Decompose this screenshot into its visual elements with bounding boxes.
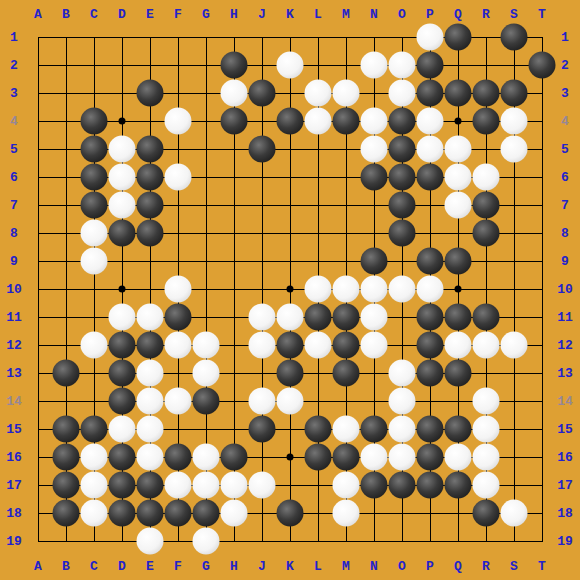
black-stone-N6 <box>361 164 388 191</box>
column-label-bottom: H <box>230 560 238 573</box>
grid-vline <box>542 37 543 542</box>
white-stone-O10 <box>389 276 416 303</box>
black-stone-M11 <box>333 304 360 331</box>
black-stone-E8 <box>137 220 164 247</box>
white-stone-G12 <box>193 332 220 359</box>
row-label-left: 19 <box>6 535 22 548</box>
row-label-right: 3 <box>561 87 569 100</box>
column-label-top: M <box>342 8 350 21</box>
row-label-left: 9 <box>10 255 18 268</box>
white-stone-J14 <box>249 388 276 415</box>
black-stone-P11 <box>417 304 444 331</box>
white-stone-C9 <box>81 248 108 275</box>
row-label-right: 17 <box>557 479 573 492</box>
star-point <box>119 118 126 125</box>
row-label-left: 11 <box>6 311 22 324</box>
row-label-left: 7 <box>10 199 18 212</box>
black-stone-B18 <box>53 500 80 527</box>
black-stone-Q13 <box>445 360 472 387</box>
column-label-top: A <box>34 8 42 21</box>
white-stone-L12 <box>305 332 332 359</box>
white-stone-O14 <box>389 388 416 415</box>
black-stone-O17 <box>389 472 416 499</box>
column-label-bottom: T <box>538 560 546 573</box>
white-stone-S18 <box>501 500 528 527</box>
row-label-left: 18 <box>6 507 22 520</box>
black-stone-N15 <box>361 416 388 443</box>
black-stone-P6 <box>417 164 444 191</box>
black-stone-D12 <box>109 332 136 359</box>
white-stone-O13 <box>389 360 416 387</box>
row-label-right: 13 <box>557 367 573 380</box>
white-stone-O2 <box>389 52 416 79</box>
white-stone-E11 <box>137 304 164 331</box>
white-stone-C12 <box>81 332 108 359</box>
black-stone-F16 <box>165 444 192 471</box>
black-stone-F11 <box>165 304 192 331</box>
black-stone-C5 <box>81 136 108 163</box>
black-stone-B13 <box>53 360 80 387</box>
row-label-right: 11 <box>557 311 573 324</box>
white-stone-F12 <box>165 332 192 359</box>
black-stone-Q15 <box>445 416 472 443</box>
white-stone-D7 <box>109 192 136 219</box>
white-stone-M17 <box>333 472 360 499</box>
white-stone-R15 <box>473 416 500 443</box>
row-label-right: 19 <box>557 535 573 548</box>
black-stone-Q17 <box>445 472 472 499</box>
black-stone-E3 <box>137 80 164 107</box>
white-stone-K14 <box>277 388 304 415</box>
row-label-right: 15 <box>557 423 573 436</box>
row-label-left: 2 <box>10 59 18 72</box>
column-label-bottom: M <box>342 560 350 573</box>
white-stone-O3 <box>389 80 416 107</box>
row-label-right: 5 <box>561 143 569 156</box>
black-stone-R11 <box>473 304 500 331</box>
column-label-bottom: O <box>398 560 406 573</box>
white-stone-G17 <box>193 472 220 499</box>
black-stone-D18 <box>109 500 136 527</box>
white-stone-F14 <box>165 388 192 415</box>
white-stone-N12 <box>361 332 388 359</box>
black-stone-R18 <box>473 500 500 527</box>
white-stone-N5 <box>361 136 388 163</box>
white-stone-Q7 <box>445 192 472 219</box>
column-label-top: G <box>202 8 210 21</box>
black-stone-Q9 <box>445 248 472 275</box>
column-label-top: F <box>174 8 182 21</box>
white-stone-Q5 <box>445 136 472 163</box>
black-stone-Q11 <box>445 304 472 331</box>
black-stone-C15 <box>81 416 108 443</box>
black-stone-M16 <box>333 444 360 471</box>
white-stone-F4 <box>165 108 192 135</box>
black-stone-H16 <box>221 444 248 471</box>
black-stone-R4 <box>473 108 500 135</box>
black-stone-B16 <box>53 444 80 471</box>
black-stone-N9 <box>361 248 388 275</box>
black-stone-S3 <box>501 80 528 107</box>
white-stone-Q16 <box>445 444 472 471</box>
black-stone-C4 <box>81 108 108 135</box>
column-label-top: K <box>286 8 294 21</box>
white-stone-R17 <box>473 472 500 499</box>
black-stone-J15 <box>249 416 276 443</box>
row-label-right: 14 <box>557 395 573 408</box>
white-stone-F6 <box>165 164 192 191</box>
black-stone-Q1 <box>445 24 472 51</box>
white-stone-D5 <box>109 136 136 163</box>
column-label-top: C <box>90 8 98 21</box>
black-stone-E7 <box>137 192 164 219</box>
white-stone-E15 <box>137 416 164 443</box>
black-stone-B15 <box>53 416 80 443</box>
row-label-left: 17 <box>6 479 22 492</box>
row-label-right: 16 <box>557 451 573 464</box>
black-stone-D14 <box>109 388 136 415</box>
white-stone-M3 <box>333 80 360 107</box>
black-stone-O4 <box>389 108 416 135</box>
column-label-top: T <box>538 8 546 21</box>
black-stone-C6 <box>81 164 108 191</box>
white-stone-M15 <box>333 416 360 443</box>
white-stone-J17 <box>249 472 276 499</box>
white-stone-K2 <box>277 52 304 79</box>
column-label-top: Q <box>454 8 462 21</box>
white-stone-D15 <box>109 416 136 443</box>
column-label-bottom: E <box>146 560 154 573</box>
white-stone-E14 <box>137 388 164 415</box>
black-stone-P9 <box>417 248 444 275</box>
black-stone-R3 <box>473 80 500 107</box>
black-stone-E18 <box>137 500 164 527</box>
row-label-right: 10 <box>557 283 573 296</box>
black-stone-E12 <box>137 332 164 359</box>
column-label-top: H <box>230 8 238 21</box>
black-stone-B17 <box>53 472 80 499</box>
white-stone-H18 <box>221 500 248 527</box>
white-stone-E13 <box>137 360 164 387</box>
row-label-right: 8 <box>561 227 569 240</box>
white-stone-L3 <box>305 80 332 107</box>
column-label-bottom: G <box>202 560 210 573</box>
column-label-top: E <box>146 8 154 21</box>
white-stone-L4 <box>305 108 332 135</box>
black-stone-F18 <box>165 500 192 527</box>
row-label-right: 12 <box>557 339 573 352</box>
white-stone-N11 <box>361 304 388 331</box>
black-stone-H4 <box>221 108 248 135</box>
star-point <box>287 454 294 461</box>
row-label-left: 13 <box>6 367 22 380</box>
column-label-bottom: P <box>426 560 434 573</box>
star-point <box>119 286 126 293</box>
black-stone-P16 <box>417 444 444 471</box>
white-stone-F17 <box>165 472 192 499</box>
column-label-top: J <box>258 8 266 21</box>
row-label-right: 18 <box>557 507 573 520</box>
row-label-left: 4 <box>10 115 18 128</box>
black-stone-G18 <box>193 500 220 527</box>
black-stone-M12 <box>333 332 360 359</box>
column-label-bottom: K <box>286 560 294 573</box>
black-stone-Q3 <box>445 80 472 107</box>
row-label-right: 9 <box>561 255 569 268</box>
black-stone-C7 <box>81 192 108 219</box>
white-stone-S12 <box>501 332 528 359</box>
black-stone-D8 <box>109 220 136 247</box>
column-label-top: P <box>426 8 434 21</box>
white-stone-H17 <box>221 472 248 499</box>
white-stone-E19 <box>137 528 164 555</box>
row-label-left: 1 <box>10 31 18 44</box>
row-label-left: 8 <box>10 227 18 240</box>
white-stone-N16 <box>361 444 388 471</box>
black-stone-P17 <box>417 472 444 499</box>
black-stone-M13 <box>333 360 360 387</box>
black-stone-E6 <box>137 164 164 191</box>
white-stone-M10 <box>333 276 360 303</box>
black-stone-P2 <box>417 52 444 79</box>
column-label-top: S <box>510 8 518 21</box>
row-label-left: 10 <box>6 283 22 296</box>
black-stone-L16 <box>305 444 332 471</box>
row-label-right: 6 <box>561 171 569 184</box>
black-stone-O7 <box>389 192 416 219</box>
white-stone-P1 <box>417 24 444 51</box>
column-label-bottom: N <box>370 560 378 573</box>
white-stone-S4 <box>501 108 528 135</box>
column-label-bottom: D <box>118 560 126 573</box>
white-stone-C17 <box>81 472 108 499</box>
star-point <box>455 118 462 125</box>
column-label-bottom: B <box>62 560 70 573</box>
black-stone-P3 <box>417 80 444 107</box>
column-label-bottom: L <box>314 560 322 573</box>
go-board[interactable]: AABBCCDDEEFFGGHHJJKKLLMMNNOOPPQQRRSSTT11… <box>0 0 580 580</box>
white-stone-C18 <box>81 500 108 527</box>
row-label-right: 4 <box>561 115 569 128</box>
white-stone-F10 <box>165 276 192 303</box>
black-stone-D16 <box>109 444 136 471</box>
white-stone-G13 <box>193 360 220 387</box>
row-label-right: 7 <box>561 199 569 212</box>
star-point <box>287 286 294 293</box>
row-label-left: 6 <box>10 171 18 184</box>
column-label-bottom: R <box>482 560 490 573</box>
black-stone-P12 <box>417 332 444 359</box>
white-stone-D6 <box>109 164 136 191</box>
white-stone-O15 <box>389 416 416 443</box>
black-stone-P13 <box>417 360 444 387</box>
black-stone-K12 <box>277 332 304 359</box>
row-label-left: 14 <box>6 395 22 408</box>
black-stone-M4 <box>333 108 360 135</box>
black-stone-E5 <box>137 136 164 163</box>
black-stone-O5 <box>389 136 416 163</box>
black-stone-P15 <box>417 416 444 443</box>
row-label-right: 1 <box>561 31 569 44</box>
black-stone-K18 <box>277 500 304 527</box>
row-label-left: 12 <box>6 339 22 352</box>
white-stone-P10 <box>417 276 444 303</box>
black-stone-L11 <box>305 304 332 331</box>
white-stone-M18 <box>333 500 360 527</box>
black-stone-K13 <box>277 360 304 387</box>
white-stone-K11 <box>277 304 304 331</box>
row-label-right: 2 <box>561 59 569 72</box>
white-stone-N2 <box>361 52 388 79</box>
white-stone-D11 <box>109 304 136 331</box>
black-stone-N17 <box>361 472 388 499</box>
black-stone-J3 <box>249 80 276 107</box>
white-stone-G16 <box>193 444 220 471</box>
column-label-top: B <box>62 8 70 21</box>
column-label-bottom: C <box>90 560 98 573</box>
black-stone-S1 <box>501 24 528 51</box>
white-stone-C16 <box>81 444 108 471</box>
white-stone-G19 <box>193 528 220 555</box>
column-label-top: L <box>314 8 322 21</box>
column-label-top: N <box>370 8 378 21</box>
column-label-top: R <box>482 8 490 21</box>
white-stone-C8 <box>81 220 108 247</box>
row-label-left: 16 <box>6 451 22 464</box>
star-point <box>455 286 462 293</box>
black-stone-R7 <box>473 192 500 219</box>
column-label-top: O <box>398 8 406 21</box>
white-stone-Q6 <box>445 164 472 191</box>
white-stone-O16 <box>389 444 416 471</box>
black-stone-O6 <box>389 164 416 191</box>
column-label-bottom: J <box>258 560 266 573</box>
white-stone-E16 <box>137 444 164 471</box>
black-stone-D17 <box>109 472 136 499</box>
black-stone-J5 <box>249 136 276 163</box>
white-stone-J12 <box>249 332 276 359</box>
white-stone-R6 <box>473 164 500 191</box>
white-stone-N10 <box>361 276 388 303</box>
column-label-bottom: Q <box>454 560 462 573</box>
white-stone-Q12 <box>445 332 472 359</box>
column-label-bottom: F <box>174 560 182 573</box>
black-stone-O8 <box>389 220 416 247</box>
black-stone-G14 <box>193 388 220 415</box>
white-stone-S5 <box>501 136 528 163</box>
white-stone-R12 <box>473 332 500 359</box>
row-label-left: 3 <box>10 87 18 100</box>
row-label-left: 15 <box>6 423 22 436</box>
black-stone-R8 <box>473 220 500 247</box>
black-stone-T2 <box>529 52 556 79</box>
grid-hline <box>38 541 543 542</box>
white-stone-L10 <box>305 276 332 303</box>
black-stone-E17 <box>137 472 164 499</box>
white-stone-P5 <box>417 136 444 163</box>
white-stone-P4 <box>417 108 444 135</box>
row-label-left: 5 <box>10 143 18 156</box>
column-label-top: D <box>118 8 126 21</box>
black-stone-H2 <box>221 52 248 79</box>
white-stone-H3 <box>221 80 248 107</box>
white-stone-R14 <box>473 388 500 415</box>
black-stone-L15 <box>305 416 332 443</box>
white-stone-R16 <box>473 444 500 471</box>
black-stone-K4 <box>277 108 304 135</box>
column-label-bottom: A <box>34 560 42 573</box>
white-stone-N4 <box>361 108 388 135</box>
column-label-bottom: S <box>510 560 518 573</box>
black-stone-D13 <box>109 360 136 387</box>
white-stone-J11 <box>249 304 276 331</box>
